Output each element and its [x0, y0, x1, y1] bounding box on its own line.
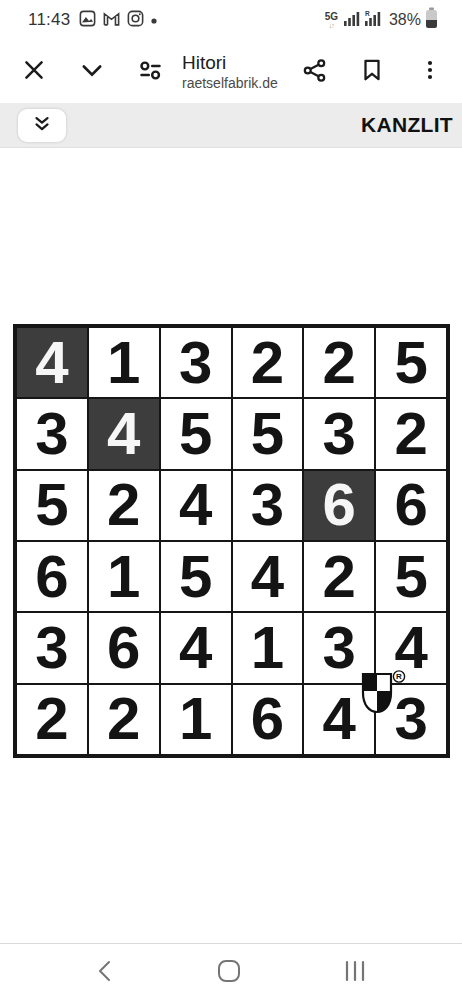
- page-content: 413225345532524366615425364134221643 R: [0, 324, 462, 758]
- close-icon: [21, 57, 47, 86]
- gallery-icon: [78, 9, 97, 32]
- more-notifications-dot: [150, 11, 158, 29]
- double-chevron-down-icon: [31, 113, 53, 138]
- bookmark-button[interactable]: [350, 50, 394, 94]
- puzzle-series-title: KANZLIT: [361, 113, 453, 137]
- page-title: Hitori: [182, 51, 292, 75]
- grid-cell-r3c1[interactable]: 5: [16, 470, 88, 541]
- grid-cell-r1c4[interactable]: 2: [232, 327, 304, 398]
- network-type-indicator: 5G ↓↑: [325, 12, 338, 29]
- grid-cell-r6c2[interactable]: 2: [88, 684, 160, 755]
- grid-cell-r6c3[interactable]: 1: [160, 684, 232, 755]
- notification-icons: [78, 9, 158, 32]
- grid-cell-r5c3[interactable]: 4: [160, 612, 232, 683]
- grid-cell-r1c6[interactable]: 5: [375, 327, 447, 398]
- status-right-cluster: 5G ↓↑ R 38%: [325, 7, 438, 33]
- nav-home-button[interactable]: [210, 952, 248, 993]
- instagram-icon: [126, 9, 145, 32]
- share-button[interactable]: [292, 50, 336, 94]
- tune-icon: [137, 57, 164, 87]
- hitori-grid: 413225345532524366615425364134221643 R: [13, 324, 450, 758]
- grid-cell-r6c4[interactable]: 6: [232, 684, 304, 755]
- grid-cell-r5c6[interactable]: 4: [375, 612, 447, 683]
- grid-cell-r1c2[interactable]: 1: [88, 327, 160, 398]
- grid-cell-r4c6[interactable]: 5: [375, 541, 447, 612]
- grid-cell-r3c6[interactable]: 6: [375, 470, 447, 541]
- share-icon: [301, 57, 328, 87]
- grid-cell-r6c1[interactable]: 2: [16, 684, 88, 755]
- overflow-menu-button[interactable]: [408, 50, 452, 94]
- grid-cell-r4c5[interactable]: 2: [303, 541, 375, 612]
- grid-cell-r4c3[interactable]: 5: [160, 541, 232, 612]
- page-title-block[interactable]: Hitori raetselfabrik.de: [182, 51, 292, 92]
- signal-sim1-icon: [344, 10, 361, 31]
- grid-cell-r3c5[interactable]: 6: [303, 470, 375, 541]
- battery-icon: [425, 7, 438, 33]
- collapse-panel-button[interactable]: [70, 50, 114, 94]
- page-domain: raetselfabrik.de: [182, 75, 292, 92]
- android-nav-bar: [0, 943, 462, 1000]
- grid-cell-r1c1[interactable]: 4: [16, 327, 88, 398]
- signal-sim2-roaming-icon: R: [365, 10, 382, 31]
- svg-text:R: R: [365, 10, 370, 17]
- grid-cell-r1c3[interactable]: 3: [160, 327, 232, 398]
- grid-cell-r2c6[interactable]: 2: [375, 398, 447, 469]
- grid-cell-r1c5[interactable]: 2: [303, 327, 375, 398]
- grid-cell-r5c2[interactable]: 6: [88, 612, 160, 683]
- grid-cell-r4c2[interactable]: 1: [88, 541, 160, 612]
- grid-cell-r6c5[interactable]: 4: [303, 684, 375, 755]
- kebab-menu-icon: [418, 58, 442, 85]
- grid-cell-r5c1[interactable]: 3: [16, 612, 88, 683]
- gmail-icon: [102, 9, 121, 32]
- grid-cell-r6c6[interactable]: 3: [375, 684, 447, 755]
- status-bar: 11:43: [0, 0, 462, 40]
- grid-cell-r2c2[interactable]: 4: [88, 398, 160, 469]
- recents-icon: [342, 959, 368, 986]
- expand-header-button[interactable]: [18, 109, 66, 142]
- bookmark-icon: [359, 57, 385, 86]
- home-square-icon: [216, 958, 242, 987]
- clock: 11:43: [28, 10, 70, 30]
- grid-cell-r3c3[interactable]: 4: [160, 470, 232, 541]
- grid-cell-r5c4[interactable]: 1: [232, 612, 304, 683]
- grid-cell-r3c2[interactable]: 2: [88, 470, 160, 541]
- chevron-down-icon: [78, 56, 106, 87]
- grid-cell-r2c1[interactable]: 3: [16, 398, 88, 469]
- browser-app-bar: Hitori raetselfabrik.de: [0, 40, 462, 103]
- grid-cell-r2c4[interactable]: 5: [232, 398, 304, 469]
- grid-cell-r2c3[interactable]: 5: [160, 398, 232, 469]
- back-chevron-icon: [94, 959, 116, 986]
- network-arrows-icon: ↓↑: [329, 22, 334, 29]
- battery-percentage: 38%: [389, 11, 421, 29]
- grid-cell-r4c4[interactable]: 4: [232, 541, 304, 612]
- puzzle-header-toolbar: KANZLIT: [0, 103, 462, 148]
- close-button[interactable]: [12, 50, 56, 94]
- grid-cell-r3c4[interactable]: 3: [232, 470, 304, 541]
- nav-recents-button[interactable]: [336, 953, 374, 992]
- grid-cell-r5c5[interactable]: 3: [303, 612, 375, 683]
- grid-cell-r4c1[interactable]: 6: [16, 541, 88, 612]
- grid-cell-r2c5[interactable]: 3: [303, 398, 375, 469]
- phone-screen: 11:43: [0, 0, 462, 1000]
- nav-back-button[interactable]: [88, 953, 122, 992]
- tune-settings-button[interactable]: [128, 50, 172, 94]
